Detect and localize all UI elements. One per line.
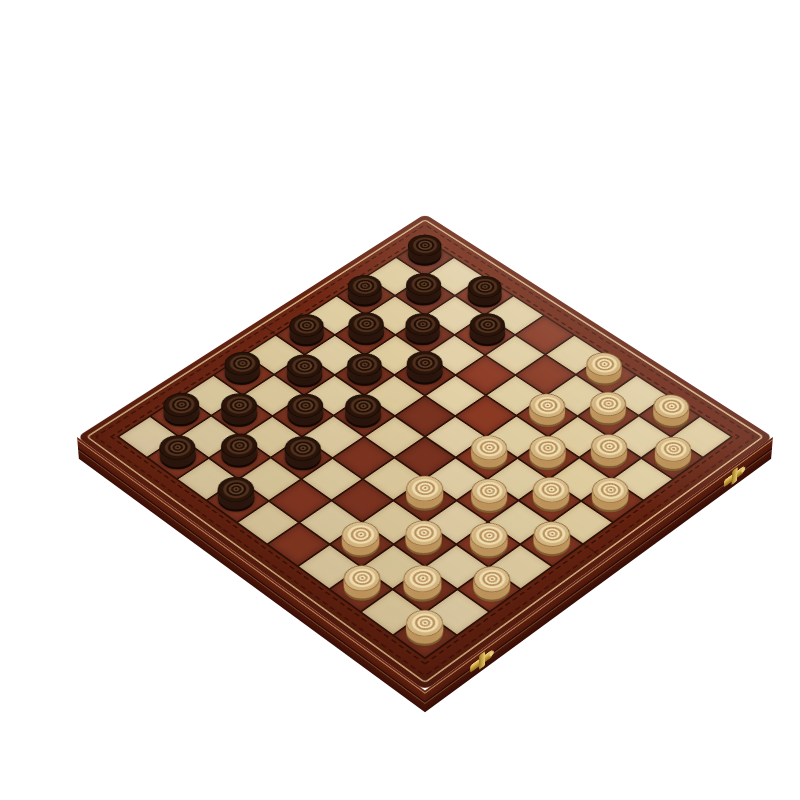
clasp-bar: [479, 651, 485, 670]
board: [77, 214, 773, 690]
draughts-board-3d: [77, 214, 773, 690]
board-grid: [117, 238, 734, 660]
light-piece[interactable]: [579, 358, 628, 391]
product-photo-scene: [0, 0, 800, 800]
clasp-bar: [731, 467, 737, 485]
light-piece[interactable]: [522, 441, 572, 476]
